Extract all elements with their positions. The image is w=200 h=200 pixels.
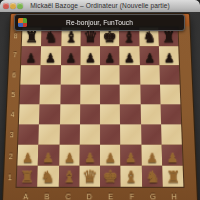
- square-e4[interactable]: [100, 104, 120, 124]
- piece-black-king[interactable]: ♚: [100, 29, 120, 45]
- piece-black-knight[interactable]: ♞: [139, 30, 159, 45]
- square-c2[interactable]: ♟: [59, 145, 80, 166]
- square-d4[interactable]: [80, 104, 100, 124]
- square-d3[interactable]: [80, 124, 100, 144]
- square-d1[interactable]: ♛: [79, 166, 100, 187]
- square-h3[interactable]: [161, 124, 182, 144]
- square-a3[interactable]: [18, 124, 39, 144]
- square-b3[interactable]: [39, 124, 60, 144]
- chess-board[interactable]: 87654321 ABCDEFGH ♜♞♝♛♚♝♞♜♟♟♟♟♟♟♟♟♟♟♟♟♟♟…: [2, 13, 199, 200]
- square-a2[interactable]: ♟: [17, 145, 38, 166]
- square-c6[interactable]: [60, 65, 80, 84]
- square-b5[interactable]: [40, 85, 60, 105]
- square-a1[interactable]: ♜: [17, 166, 38, 187]
- square-g2[interactable]: ♟: [141, 145, 162, 166]
- square-h4[interactable]: [160, 104, 181, 124]
- piece-black-pawn[interactable]: ♟: [100, 52, 120, 64]
- piece-black-bishop[interactable]: ♝: [61, 30, 81, 45]
- file-label-f: F: [121, 189, 142, 200]
- square-a6[interactable]: [20, 65, 40, 84]
- square-g5[interactable]: [140, 85, 160, 105]
- piece-white-pawn[interactable]: ♟: [79, 152, 100, 165]
- square-h2[interactable]: ♟: [161, 145, 182, 166]
- piece-white-knight[interactable]: ♞: [37, 170, 58, 186]
- square-g6[interactable]: [139, 65, 159, 84]
- piece-black-pawn[interactable]: ♟: [159, 52, 179, 64]
- square-g3[interactable]: [141, 124, 162, 144]
- piece-white-queen[interactable]: ♛: [79, 168, 100, 185]
- file-label-a: A: [15, 189, 37, 200]
- board-squares: ♜♞♝♛♚♝♞♜♟♟♟♟♟♟♟♟♟♟♟♟♟♟♟♟♜♞♝♛♚♝♞♜: [15, 27, 184, 188]
- piece-white-pawn[interactable]: ♟: [17, 152, 38, 165]
- piece-white-pawn[interactable]: ♟: [100, 152, 121, 165]
- square-b4[interactable]: [39, 104, 60, 124]
- square-e6[interactable]: [100, 65, 120, 84]
- square-e7[interactable]: ♟: [100, 46, 120, 65]
- piece-black-queen[interactable]: ♛: [80, 29, 100, 45]
- rank-label-2: 2: [6, 145, 16, 166]
- square-a4[interactable]: [19, 104, 40, 124]
- square-h6[interactable]: [159, 65, 179, 84]
- piece-black-pawn[interactable]: ♟: [139, 52, 159, 64]
- file-label-g: G: [142, 189, 164, 200]
- piece-white-rook[interactable]: ♜: [163, 170, 184, 186]
- piece-black-rook[interactable]: ♜: [159, 30, 179, 45]
- square-b2[interactable]: ♟: [38, 145, 59, 166]
- square-e1[interactable]: ♚: [100, 166, 121, 187]
- square-d7[interactable]: ♟: [80, 46, 100, 65]
- speech-bubble-text: Re-bonjour, FunTouch: [15, 19, 184, 26]
- square-b7[interactable]: ♟: [41, 46, 61, 65]
- square-f3[interactable]: [120, 124, 141, 144]
- piece-black-bishop[interactable]: ♝: [120, 30, 140, 45]
- piece-white-knight[interactable]: ♞: [142, 170, 163, 186]
- square-f6[interactable]: [120, 65, 140, 84]
- rank-label-3: 3: [6, 125, 16, 146]
- square-h1[interactable]: ♜: [162, 166, 183, 187]
- file-labels: ABCDEFGH: [15, 189, 185, 200]
- piece-white-pawn[interactable]: ♟: [141, 152, 162, 165]
- square-f7[interactable]: ♟: [120, 46, 140, 65]
- square-d6[interactable]: [80, 65, 100, 84]
- square-d5[interactable]: [80, 85, 100, 105]
- square-c1[interactable]: ♝: [58, 166, 79, 187]
- file-label-h: H: [163, 189, 185, 200]
- piece-black-pawn[interactable]: ♟: [61, 52, 81, 64]
- square-f4[interactable]: [120, 104, 140, 124]
- rank-label-6: 6: [9, 65, 19, 85]
- piece-black-pawn[interactable]: ♟: [41, 52, 61, 64]
- piece-black-rook[interactable]: ♜: [22, 30, 42, 45]
- piece-black-pawn[interactable]: ♟: [120, 52, 140, 64]
- piece-white-rook[interactable]: ♜: [17, 170, 38, 186]
- piece-white-bishop[interactable]: ♝: [121, 170, 142, 186]
- square-e3[interactable]: [100, 124, 120, 144]
- file-label-c: C: [57, 189, 78, 200]
- rank-label-4: 4: [7, 104, 17, 124]
- piece-black-pawn[interactable]: ♟: [21, 52, 41, 64]
- square-h5[interactable]: [160, 85, 181, 105]
- square-d2[interactable]: ♟: [79, 145, 100, 166]
- square-c4[interactable]: [59, 104, 79, 124]
- square-a5[interactable]: [20, 85, 41, 105]
- square-b6[interactable]: [40, 65, 60, 84]
- chess-app-window: Mickaël Bazoge – Ordinateur (Nouvelle pa…: [0, 0, 200, 200]
- square-c7[interactable]: ♟: [61, 46, 81, 65]
- square-a7[interactable]: ♟: [21, 46, 41, 65]
- square-h7[interactable]: ♟: [159, 46, 179, 65]
- piece-white-king[interactable]: ♚: [100, 168, 121, 185]
- board-scene: 87654321 ABCDEFGH ♜♞♝♛♚♝♞♜♟♟♟♟♟♟♟♟♟♟♟♟♟♟…: [0, 12, 200, 200]
- rank-label-7: 7: [10, 45, 20, 64]
- file-label-d: D: [79, 189, 100, 200]
- square-c3[interactable]: [59, 124, 80, 144]
- rank-label-5: 5: [8, 84, 18, 104]
- square-g1[interactable]: ♞: [141, 166, 162, 187]
- square-f1[interactable]: ♝: [121, 166, 142, 187]
- piece-white-pawn[interactable]: ♟: [38, 152, 59, 165]
- piece-white-pawn[interactable]: ♟: [162, 152, 183, 165]
- square-e2[interactable]: ♟: [100, 145, 121, 166]
- square-f2[interactable]: ♟: [120, 145, 141, 166]
- window-title: Mickaël Bazoge – Ordinateur (Nouvelle pa…: [0, 1, 200, 11]
- file-label-e: E: [100, 189, 121, 200]
- piece-white-pawn[interactable]: ♟: [59, 152, 80, 165]
- speech-bubble: Re-bonjour, FunTouch: [14, 14, 185, 31]
- piece-black-knight[interactable]: ♞: [41, 30, 61, 45]
- piece-white-pawn[interactable]: ♟: [121, 152, 142, 165]
- piece-black-pawn[interactable]: ♟: [80, 52, 100, 64]
- square-b1[interactable]: ♞: [37, 166, 58, 187]
- square-e5[interactable]: [100, 85, 120, 105]
- square-g4[interactable]: [140, 104, 161, 124]
- rank-label-1: 1: [5, 166, 16, 188]
- square-c5[interactable]: [60, 85, 80, 105]
- square-f5[interactable]: [120, 85, 140, 105]
- square-g7[interactable]: ♟: [139, 46, 159, 65]
- file-label-b: B: [36, 189, 58, 200]
- piece-white-bishop[interactable]: ♝: [58, 170, 79, 186]
